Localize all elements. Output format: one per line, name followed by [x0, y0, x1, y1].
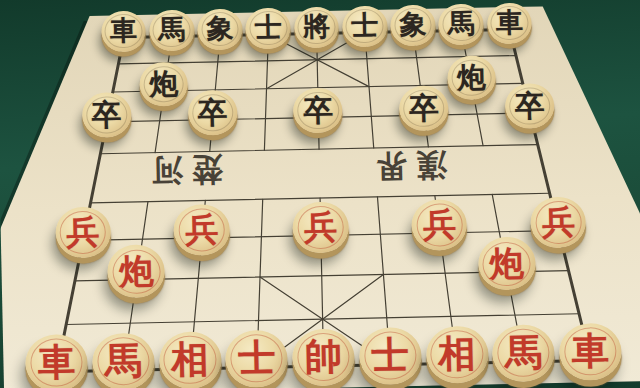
- board-scene: 楚河 漢界 車馬象士將士象馬車炮炮卒卒卒卒卒兵兵兵兵兵炮炮車馬相士帥士相馬車: [0, 0, 640, 388]
- piece-character: 士: [255, 14, 282, 41]
- piece-character: 卒: [409, 93, 439, 123]
- piece-character: 兵: [185, 213, 219, 247]
- piece-black-elephant-f3r1[interactable]: 象: [197, 8, 243, 50]
- piece-character: 卒: [303, 95, 333, 125]
- piece-character: 相: [438, 335, 476, 373]
- river-label-chu-he: 楚河: [143, 148, 233, 192]
- piece-black-elephant-f7r1[interactable]: 象: [390, 4, 436, 46]
- piece-character: 炮: [489, 246, 524, 281]
- piece-character: 兵: [304, 210, 338, 244]
- piece-character: 炮: [457, 63, 486, 92]
- piece-character: 卒: [515, 90, 545, 120]
- piece-character: 馬: [104, 342, 142, 380]
- piece-character: 象: [399, 11, 426, 38]
- piece-character: 炮: [149, 69, 178, 98]
- piece-character: 相: [171, 340, 209, 378]
- piece-character: 士: [238, 339, 276, 377]
- piece-black-cannon-f8r3[interactable]: 炮: [447, 55, 496, 100]
- piece-red-horse-f2r10[interactable]: 馬: [92, 332, 155, 388]
- piece-character: 馬: [505, 333, 543, 371]
- piece-red-elephant-f7r10[interactable]: 相: [425, 325, 488, 383]
- piece-character: 士: [351, 12, 378, 39]
- piece-character: 車: [110, 17, 137, 44]
- river-label-han-jie: 漢界: [366, 143, 456, 187]
- piece-red-elephant-f3r10[interactable]: 相: [158, 331, 221, 388]
- piece-character: 卒: [197, 97, 227, 127]
- piece-character: 車: [496, 9, 523, 36]
- piece-character: 車: [571, 332, 609, 370]
- piece-character: 馬: [158, 16, 185, 43]
- piece-black-horse-f2r1[interactable]: 馬: [149, 9, 195, 51]
- piece-character: 象: [206, 15, 233, 42]
- piece-character: 士: [371, 336, 409, 374]
- piece-character: 帥: [304, 338, 342, 376]
- piece-character: 兵: [423, 208, 457, 242]
- piece-character: 炮: [119, 253, 154, 288]
- piece-character: 馬: [447, 10, 474, 37]
- piece-black-advisor-f6r1[interactable]: 士: [342, 5, 388, 47]
- piece-character: 車: [38, 343, 76, 381]
- piece-character: 將: [303, 13, 330, 40]
- piece-character: 卒: [92, 99, 122, 129]
- piece-character: 兵: [66, 215, 100, 249]
- table-felt: 楚河 漢界 車馬象士將士象馬車炮炮卒卒卒卒卒兵兵兵兵兵炮炮車馬相士帥士相馬車: [0, 0, 640, 388]
- piece-character: 兵: [542, 205, 576, 239]
